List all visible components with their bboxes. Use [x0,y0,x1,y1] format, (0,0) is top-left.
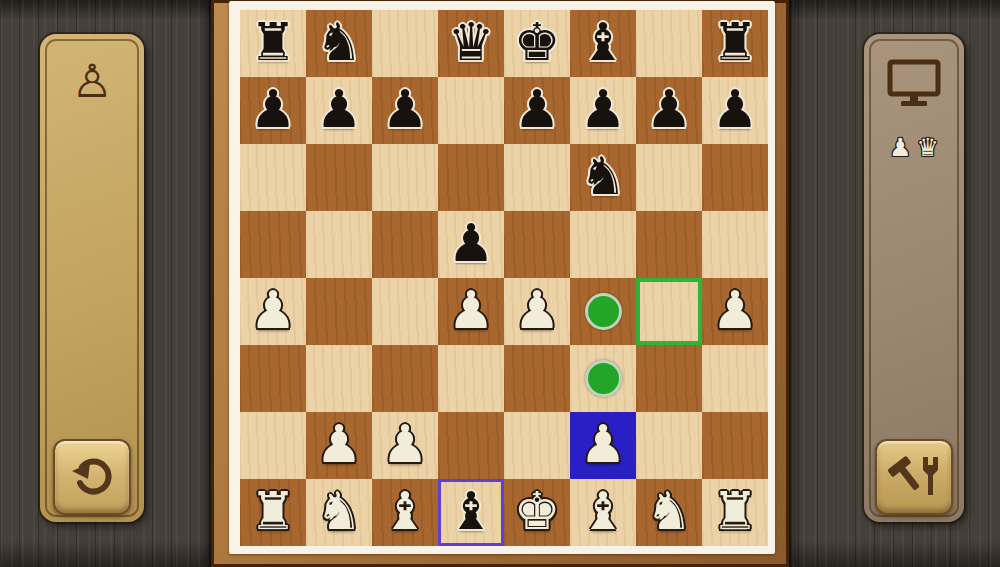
square-d4[interactable]: ♟ [438,278,504,345]
black-rook[interactable]: ♜ [712,16,759,68]
square-f5[interactable] [570,211,636,278]
square-e6[interactable] [504,144,570,211]
square-c8[interactable] [372,10,438,77]
app-stage: ♙ ♜♞♛♚♝♜♟♟♟♟♟♟♟♞♟♟♟♟♟♟♟♟♜♞♝♝♚♝♞♜ ♟♛ [0,0,1000,567]
black-king[interactable]: ♚ [514,16,561,68]
square-b4[interactable] [306,278,372,345]
square-c1[interactable]: ♝ [372,479,438,546]
black-pawn[interactable]: ♟ [712,83,759,135]
square-e3[interactable] [504,345,570,412]
computer-captured-pieces-tray: ♟♛ [889,130,939,160]
black-pawn[interactable]: ♟ [250,83,297,135]
square-c6[interactable] [372,144,438,211]
human-player-pawn-icon: ♙ [71,58,112,104]
square-b1[interactable]: ♞ [306,479,372,546]
square-f1[interactable]: ♝ [570,479,636,546]
black-rook[interactable]: ♜ [250,16,297,68]
square-f2[interactable]: ♟ [570,412,636,479]
square-b8[interactable]: ♞ [306,10,372,77]
square-g6[interactable] [636,144,702,211]
square-a8[interactable]: ♜ [240,10,306,77]
square-e2[interactable] [504,412,570,479]
white-pawn[interactable]: ♟ [250,284,297,336]
square-g5[interactable] [636,211,702,278]
captured-white-pawn: ♟ [889,135,911,160]
square-f7[interactable]: ♟ [570,77,636,144]
square-f8[interactable]: ♝ [570,10,636,77]
square-b5[interactable] [306,211,372,278]
square-b2[interactable]: ♟ [306,412,372,479]
square-h4[interactable]: ♟ [702,278,768,345]
white-bishop[interactable]: ♝ [580,485,627,537]
square-h5[interactable] [702,211,768,278]
white-pawn[interactable]: ♟ [382,418,429,470]
square-c4[interactable] [372,278,438,345]
human-player-panel: ♙ [40,34,144,522]
black-knight[interactable]: ♞ [580,150,627,202]
square-a5[interactable] [240,211,306,278]
square-h7[interactable]: ♟ [702,77,768,144]
square-g3[interactable] [636,345,702,412]
white-knight[interactable]: ♞ [646,485,693,537]
square-c5[interactable] [372,211,438,278]
white-rook[interactable]: ♜ [250,485,297,537]
square-c7[interactable]: ♟ [372,77,438,144]
square-b3[interactable] [306,345,372,412]
square-h6[interactable] [702,144,768,211]
white-rook[interactable]: ♜ [712,485,759,537]
square-a1[interactable]: ♜ [240,479,306,546]
white-pawn[interactable]: ♟ [316,418,363,470]
square-f4[interactable] [570,278,636,345]
square-a2[interactable] [240,412,306,479]
legal-move-dot-f3[interactable] [585,360,622,397]
legal-move-dot-f4[interactable] [585,293,622,330]
square-d8[interactable]: ♛ [438,10,504,77]
square-f6[interactable]: ♞ [570,144,636,211]
white-pawn[interactable]: ♟ [580,418,627,470]
square-d7[interactable] [438,77,504,144]
white-bishop[interactable]: ♝ [382,485,429,537]
undo-button[interactable] [53,439,131,515]
black-knight[interactable]: ♞ [316,16,363,68]
black-pawn[interactable]: ♟ [382,83,429,135]
white-pawn[interactable]: ♟ [448,284,495,336]
black-pawn[interactable]: ♟ [448,217,495,269]
black-pawn[interactable]: ♟ [646,83,693,135]
square-h1[interactable]: ♜ [702,479,768,546]
square-c3[interactable] [372,345,438,412]
square-d6[interactable] [438,144,504,211]
square-b6[interactable] [306,144,372,211]
square-d2[interactable] [438,412,504,479]
square-a7[interactable]: ♟ [240,77,306,144]
square-c2[interactable]: ♟ [372,412,438,479]
computer-player-panel: ♟♛ [864,34,964,522]
settings-tools-button[interactable] [875,439,953,515]
square-b7[interactable]: ♟ [306,77,372,144]
black-pawn[interactable]: ♟ [580,83,627,135]
black-pawn[interactable]: ♟ [316,83,363,135]
square-a4[interactable]: ♟ [240,278,306,345]
black-bishop[interactable]: ♝ [580,16,627,68]
black-queen[interactable]: ♛ [448,16,495,68]
square-h3[interactable] [702,345,768,412]
square-e5[interactable] [504,211,570,278]
square-d5[interactable]: ♟ [438,211,504,278]
square-e1[interactable]: ♚ [504,479,570,546]
white-king[interactable]: ♚ [514,485,561,537]
square-h8[interactable]: ♜ [702,10,768,77]
hammer-wrench-icon [887,455,941,499]
white-pawn[interactable]: ♟ [514,284,561,336]
square-g2[interactable] [636,412,702,479]
square-d1[interactable]: ♝ [438,479,504,546]
black-pawn[interactable]: ♟ [514,83,561,135]
square-a6[interactable] [240,144,306,211]
square-g1[interactable]: ♞ [636,479,702,546]
undo-arrow-icon [68,453,116,501]
white-knight[interactable]: ♞ [316,485,363,537]
square-e8[interactable]: ♚ [504,10,570,77]
square-g4[interactable] [636,278,702,345]
chess-board: ♜♞♛♚♝♜♟♟♟♟♟♟♟♞♟♟♟♟♟♟♟♟♜♞♝♝♚♝♞♜ [240,10,768,546]
square-g8[interactable] [636,10,702,77]
square-h2[interactable] [702,412,768,479]
square-e7[interactable]: ♟ [504,77,570,144]
square-g7[interactable]: ♟ [636,77,702,144]
square-a3[interactable] [240,345,306,412]
square-f3[interactable] [570,345,636,412]
captured-white-queen: ♛ [917,135,939,160]
square-d3[interactable] [438,345,504,412]
black-bishop[interactable]: ♝ [448,485,495,537]
white-pawn[interactable]: ♟ [712,284,759,336]
square-e4[interactable]: ♟ [504,278,570,345]
computer-monitor-icon [885,58,943,114]
